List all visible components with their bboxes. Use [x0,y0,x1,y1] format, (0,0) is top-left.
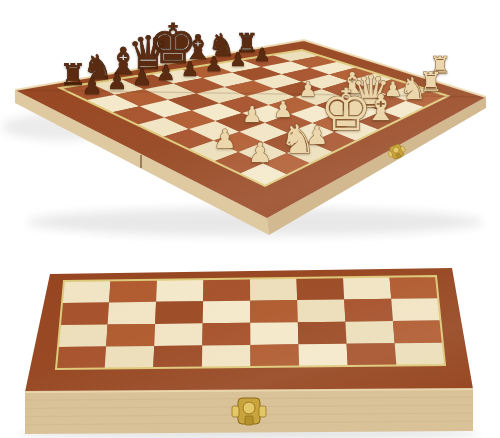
open-chess-board: ♜♞♝♟♚♟♛♟♜♝♟♞♟♜♟♟♜♝♟♟♟♟♞♛♟♝♟♚♟♟♞♟ [2,12,486,236]
chess-piece-dark-pawn: ♟ [205,52,223,76]
chess-piece-dark-pawn: ♟ [157,61,176,85]
box-gloss-sheen [25,268,473,392]
chess-piece-light-pawn: ♟ [213,124,236,154]
chess-piece-dark-pawn: ♟ [181,57,199,81]
photo-canvas: ♜♞♝♟♚♟♛♟♜♝♟♞♟♜♟♟♜♝♟♟♟♟♞♛♟♝♟♚♟♟♞♟ [0,0,500,438]
chess-piece-light-knight: ♞ [400,71,427,106]
chess-piece-light-pawn: ♟ [299,77,317,101]
closed-folded-box [17,268,481,438]
chess-piece-light-pawn: ♟ [242,102,262,127]
chess-piece-light-knight: ♞ [280,116,316,162]
chess-piece-dark-pawn: ♟ [82,73,103,99]
chess-piece-dark-pawn: ♟ [107,69,127,94]
chess-piece-dark-pawn: ♟ [132,65,152,90]
chess-piece-dark-pawn: ♟ [229,48,246,70]
chess-piece-dark-pawn: ♟ [254,44,270,65]
chess-piece-light-pawn: ♟ [248,137,272,168]
chess-set-product-photo: ♜♞♝♟♚♟♛♟♜♝♟♞♟♜♟♟♜♝♟♟♟♟♞♛♟♝♟♚♟♟♞♟ [0,0,500,438]
